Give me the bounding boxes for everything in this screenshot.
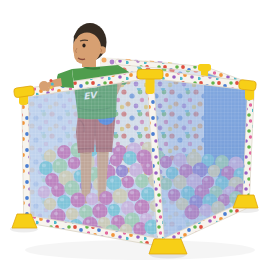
product-photo-ball-pit-playpen: EV: [0, 0, 280, 280]
bracelet-bead-cyan: [51, 83, 54, 86]
post-left: [25, 93, 27, 219]
post-right: [246, 86, 251, 202]
thumb: [45, 87, 49, 91]
scene-svg: EV: [0, 0, 280, 280]
bracelet-bead-red: [50, 79, 53, 82]
foot-front: [149, 239, 187, 254]
mesh-panel-front-left: [25, 74, 161, 243]
bracelet-bead-yellow: [50, 86, 53, 89]
eye: [82, 43, 85, 47]
